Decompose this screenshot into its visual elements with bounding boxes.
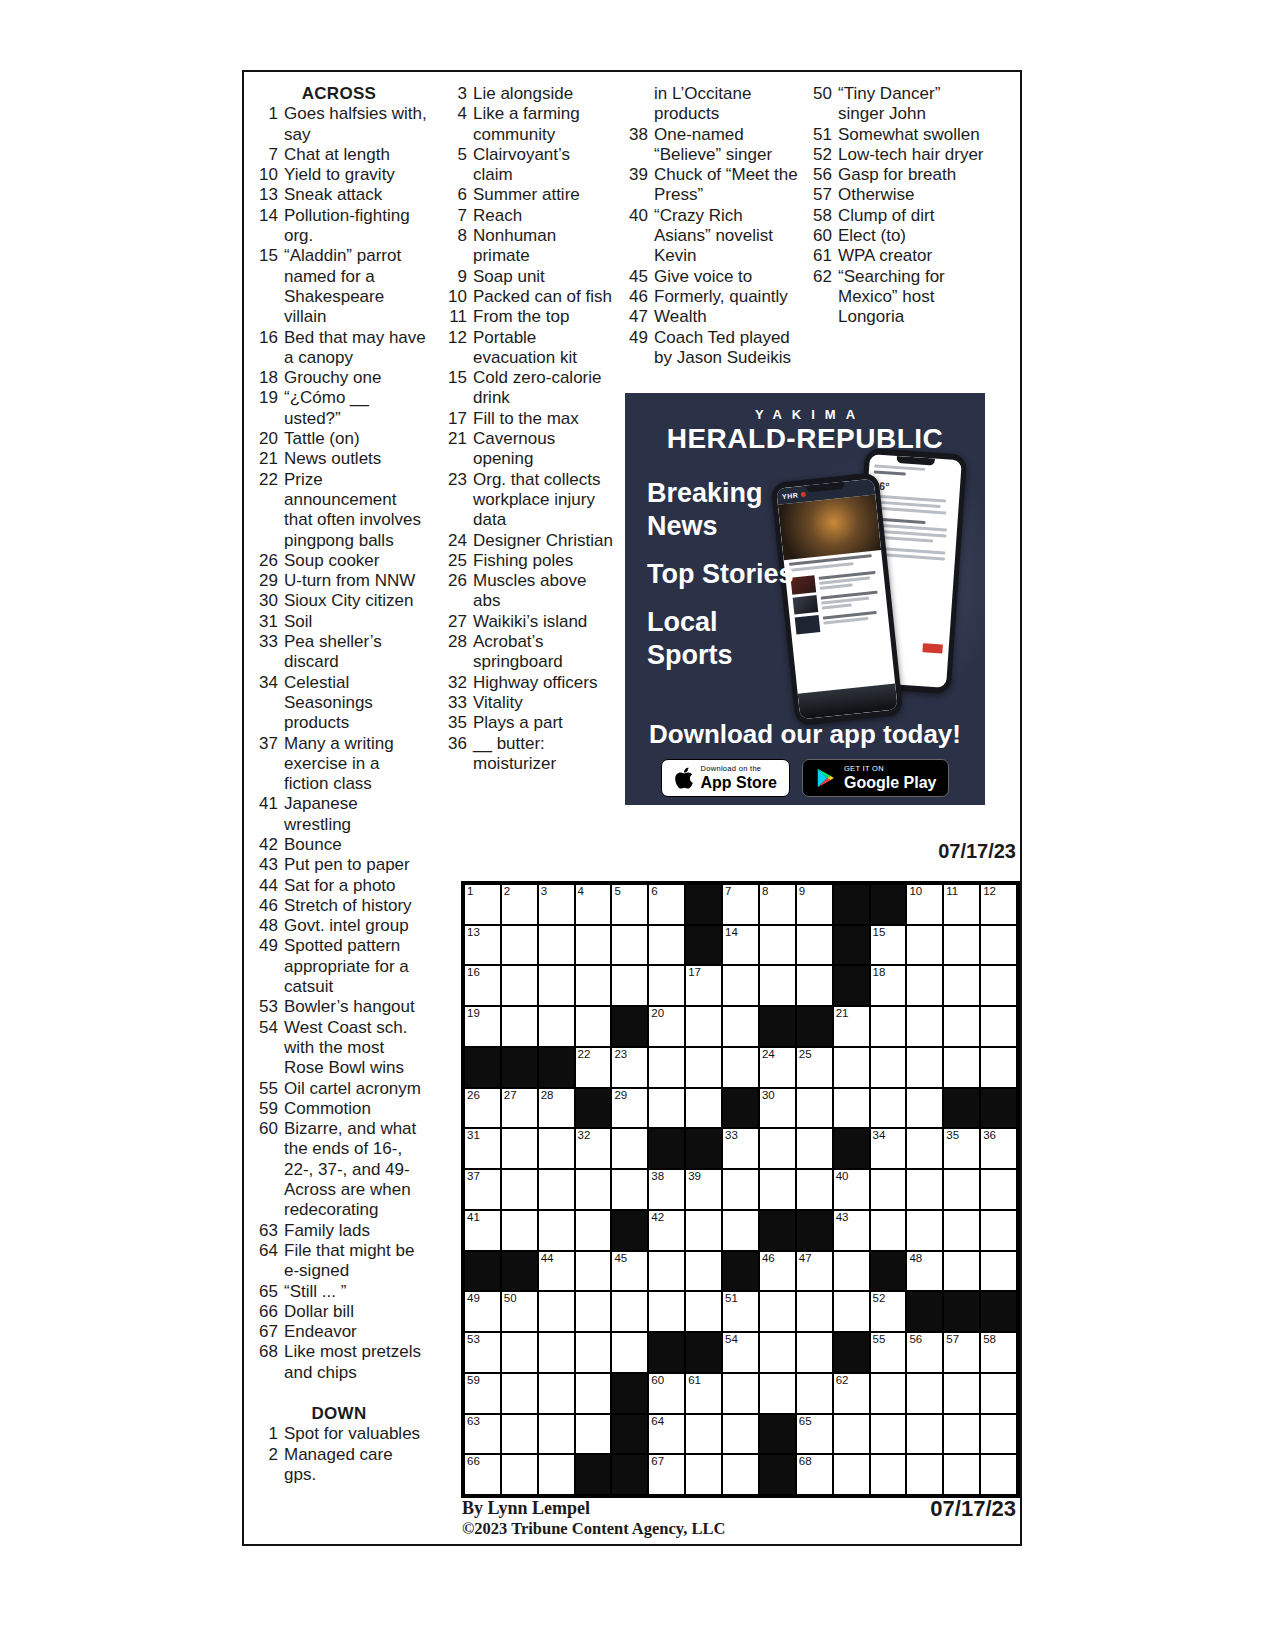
- cell-number: 43: [836, 1211, 849, 1224]
- cell-number: 57: [946, 1333, 959, 1346]
- grid-cell[interactable]: [759, 925, 796, 966]
- grid-cell[interactable]: [722, 1454, 759, 1495]
- cell-number: 54: [725, 1333, 738, 1346]
- grid-cell[interactable]: [648, 1291, 685, 1332]
- black-square: [611, 1454, 648, 1495]
- clue-text: Fishing poles: [473, 551, 613, 571]
- cell-number: 32: [578, 1129, 591, 1142]
- grid-cell[interactable]: [833, 1047, 870, 1088]
- grid-cell[interactable]: [833, 1414, 870, 1455]
- grid-cell[interactable]: 52: [870, 1291, 907, 1332]
- grid-cell[interactable]: 55: [870, 1332, 907, 1373]
- grid-cell[interactable]: 45: [611, 1251, 648, 1292]
- google-play-badge[interactable]: GET IT ON Google Play: [802, 759, 949, 797]
- grid-cell[interactable]: 36: [980, 1128, 1017, 1169]
- clue-number: 48: [250, 916, 284, 936]
- grid-cell[interactable]: 13: [464, 925, 501, 966]
- grid-cell[interactable]: 32: [575, 1128, 612, 1169]
- grid-cell[interactable]: 38: [648, 1169, 685, 1210]
- clue: 60Elect (to): [804, 226, 986, 246]
- grid-cell[interactable]: 12: [980, 884, 1017, 925]
- grid-cell[interactable]: 8: [759, 884, 796, 925]
- grid-cell[interactable]: [575, 1332, 612, 1373]
- grid-cell[interactable]: 64: [648, 1414, 685, 1455]
- grid-cell[interactable]: [722, 1373, 759, 1414]
- cell-number: 53: [467, 1333, 480, 1346]
- clue: 58Clump of dirt: [804, 206, 986, 226]
- clue: 39Chuck of “Meet the Press”: [620, 165, 798, 206]
- grid-cell[interactable]: [538, 1128, 575, 1169]
- clue-number: 26: [250, 551, 284, 571]
- grid-cell[interactable]: 22: [575, 1047, 612, 1088]
- cell-number: 49: [467, 1292, 480, 1305]
- grid-cell[interactable]: [796, 1332, 833, 1373]
- grid-cell[interactable]: [870, 1414, 907, 1455]
- black-square: [538, 1047, 575, 1088]
- clue-number: 44: [250, 876, 284, 896]
- black-square: [501, 1047, 538, 1088]
- grid-cell[interactable]: 63: [464, 1414, 501, 1455]
- grid-cell[interactable]: [648, 925, 685, 966]
- grid-cell[interactable]: 35: [943, 1128, 980, 1169]
- grid-cell[interactable]: [575, 1291, 612, 1332]
- grid-cell[interactable]: 37: [464, 1169, 501, 1210]
- cell-number: 23: [614, 1048, 627, 1061]
- grid-cell[interactable]: 39: [685, 1169, 722, 1210]
- black-square: [575, 1454, 612, 1495]
- grid-cell[interactable]: 14: [722, 925, 759, 966]
- cell-number: 6: [651, 885, 657, 898]
- grid-cell[interactable]: 29: [611, 1088, 648, 1129]
- phone-notch: [897, 456, 935, 466]
- clue-number: 67: [250, 1322, 284, 1342]
- grid-cell[interactable]: [722, 1210, 759, 1251]
- grid-cell[interactable]: [943, 1454, 980, 1495]
- grid-cell[interactable]: 23: [611, 1047, 648, 1088]
- grid-cell[interactable]: [870, 1047, 907, 1088]
- clue: 19“¿Cómo __ usted?”: [250, 388, 428, 429]
- grid-cell[interactable]: 26: [464, 1088, 501, 1129]
- grid-cell[interactable]: [575, 965, 612, 1006]
- grid-cell[interactable]: [538, 1414, 575, 1455]
- grid-cell[interactable]: [611, 925, 648, 966]
- grid-cell[interactable]: 7: [722, 884, 759, 925]
- grid-cell[interactable]: [870, 1006, 907, 1047]
- clue-number: 60: [250, 1119, 284, 1220]
- grid-cell[interactable]: 2: [501, 884, 538, 925]
- grid-cell[interactable]: [538, 965, 575, 1006]
- clue-text: “Searching for Mexico” host Longoria: [838, 267, 986, 328]
- grid-cell[interactable]: [501, 925, 538, 966]
- grid-cell[interactable]: [796, 1128, 833, 1169]
- grid-cell[interactable]: 68: [796, 1454, 833, 1495]
- badge-small-text: Download on the: [701, 765, 777, 773]
- grid-cell[interactable]: [722, 1169, 759, 1210]
- clue-text: Somewhat swollen: [838, 125, 986, 145]
- clue-number: 33: [250, 632, 284, 673]
- grid-cell[interactable]: [538, 1169, 575, 1210]
- clue-text: WPA creator: [838, 246, 986, 266]
- grid-cell[interactable]: 61: [685, 1373, 722, 1414]
- grid-cell[interactable]: [980, 1169, 1017, 1210]
- grid-cell[interactable]: [501, 1210, 538, 1251]
- grid-cell[interactable]: 51: [722, 1291, 759, 1332]
- clue-number: 43: [250, 855, 284, 875]
- grid-cell[interactable]: 34: [870, 1128, 907, 1169]
- clue-column-3: in L’Occitane products38One-named “Belie…: [620, 84, 798, 368]
- clue: 60Bizarre, and what the ends of 16-, 22-…: [250, 1119, 428, 1220]
- grid-cell[interactable]: [980, 1047, 1017, 1088]
- grid-cell[interactable]: [575, 1169, 612, 1210]
- clue-number: 65: [250, 1282, 284, 1302]
- cell-number: 7: [725, 885, 731, 898]
- grid-cell[interactable]: [611, 1332, 648, 1373]
- grid-cell[interactable]: [685, 1414, 722, 1455]
- clue-text: Like most pretzels and chips: [284, 1342, 428, 1383]
- grid-cell[interactable]: [943, 1251, 980, 1292]
- grid-cell[interactable]: 40: [833, 1169, 870, 1210]
- grid-cell[interactable]: [648, 965, 685, 1006]
- cell-number: 52: [873, 1292, 886, 1305]
- grid-cell[interactable]: 57: [943, 1332, 980, 1373]
- clue-text: Goes halfsies with, say: [284, 104, 428, 145]
- cell-number: 9: [799, 885, 805, 898]
- clue: 26Muscles above abs: [439, 571, 613, 612]
- clue: 63Family lads: [250, 1221, 428, 1241]
- grid-cell[interactable]: [870, 1454, 907, 1495]
- grid-cell[interactable]: [906, 965, 943, 1006]
- grid-cell[interactable]: 15: [870, 925, 907, 966]
- cell-number: 55: [873, 1333, 886, 1346]
- clue-text: Muscles above abs: [473, 571, 613, 612]
- clue-number: 49: [620, 328, 654, 369]
- grid-cell[interactable]: 48: [906, 1251, 943, 1292]
- grid-cell[interactable]: [722, 965, 759, 1006]
- black-square: [833, 1128, 870, 1169]
- black-square: [759, 1454, 796, 1495]
- grid-cell[interactable]: 30: [759, 1088, 796, 1129]
- clue-number: 68: [250, 1342, 284, 1383]
- grid-cell[interactable]: 66: [464, 1454, 501, 1495]
- grid-cell[interactable]: 18: [870, 965, 907, 1006]
- grid-cell[interactable]: 53: [464, 1332, 501, 1373]
- grid-cell[interactable]: [906, 1169, 943, 1210]
- grid-cell[interactable]: [501, 1006, 538, 1047]
- grid-cell[interactable]: [980, 1210, 1017, 1251]
- grid-cell[interactable]: [575, 1251, 612, 1292]
- grid-cell[interactable]: 44: [538, 1251, 575, 1292]
- grid-cell[interactable]: 20: [648, 1006, 685, 1047]
- grid-cell[interactable]: 11: [943, 884, 980, 925]
- grid-cell[interactable]: [538, 1332, 575, 1373]
- clue: 22Prize announcement that often involves…: [250, 470, 428, 551]
- grid-cell[interactable]: 27: [501, 1088, 538, 1129]
- grid-cell[interactable]: 49: [464, 1291, 501, 1332]
- grid-cell[interactable]: [538, 1373, 575, 1414]
- app-store-badge[interactable]: Download on the App Store: [661, 759, 790, 797]
- grid-cell[interactable]: [575, 1006, 612, 1047]
- grid-cell[interactable]: 19: [464, 1006, 501, 1047]
- grid-cell[interactable]: [980, 1414, 1017, 1455]
- clue-number: 7: [439, 206, 473, 226]
- clue: 6Summer attire: [439, 185, 613, 205]
- grid-cell[interactable]: [906, 1210, 943, 1251]
- black-square: [611, 1210, 648, 1251]
- grid-cell[interactable]: 10: [906, 884, 943, 925]
- grid-cell[interactable]: [906, 1128, 943, 1169]
- clue-continuation: in L’Occitane products: [620, 84, 798, 125]
- black-square: [759, 1006, 796, 1047]
- grid-cell[interactable]: [943, 1047, 980, 1088]
- grid-cell[interactable]: [759, 1291, 796, 1332]
- grid-cell[interactable]: 59: [464, 1373, 501, 1414]
- grid-cell[interactable]: [906, 1454, 943, 1495]
- grid-cell[interactable]: [759, 1332, 796, 1373]
- clue-number: 56: [804, 165, 838, 185]
- grid-cell[interactable]: 31: [464, 1128, 501, 1169]
- grid-cell[interactable]: [722, 1414, 759, 1455]
- clue: 9Soap unit: [439, 267, 613, 287]
- clue: 48Govt. intel group: [250, 916, 428, 936]
- clue-text: Sat for a photo: [284, 876, 428, 896]
- black-square: [648, 1128, 685, 1169]
- grid-cell[interactable]: [759, 1128, 796, 1169]
- grid-cell[interactable]: 25: [796, 1047, 833, 1088]
- grid-cell[interactable]: 24: [759, 1047, 796, 1088]
- cell-number: 11: [946, 885, 958, 898]
- clue-number: 10: [439, 287, 473, 307]
- badge-big-text: Google Play: [844, 775, 936, 791]
- cell-number: 31: [467, 1129, 480, 1142]
- grid-cell[interactable]: 1: [464, 884, 501, 925]
- grid-cell[interactable]: 28: [538, 1088, 575, 1129]
- grid-cell[interactable]: [575, 1373, 612, 1414]
- clue-text: Tattle (on): [284, 429, 428, 449]
- cell-number: 18: [873, 966, 886, 979]
- cell-number: 38: [651, 1170, 664, 1183]
- black-square: [611, 1006, 648, 1047]
- grid-cell[interactable]: [501, 1332, 538, 1373]
- grid-cell[interactable]: [833, 1088, 870, 1129]
- grid-cell[interactable]: [538, 1454, 575, 1495]
- grid-cell[interactable]: [833, 1251, 870, 1292]
- grid-cell[interactable]: [501, 1414, 538, 1455]
- grid-cell[interactable]: [648, 1088, 685, 1129]
- grid-cell[interactable]: [943, 1414, 980, 1455]
- grid-cell[interactable]: 46: [759, 1251, 796, 1292]
- grid-cell[interactable]: [611, 1291, 648, 1332]
- clue: 57Otherwise: [804, 185, 986, 205]
- grid-cell[interactable]: [611, 1169, 648, 1210]
- cell-number: 19: [467, 1007, 480, 1020]
- clue: 65“Still ... ”: [250, 1282, 428, 1302]
- grid-cell[interactable]: [575, 1210, 612, 1251]
- grid-cell[interactable]: [906, 1088, 943, 1129]
- newspaper-app-ad: YAKIMA HERALD-REPUBLIC 36° YHR: [625, 393, 985, 805]
- clue-text: Stretch of history: [284, 896, 428, 916]
- grid-cell[interactable]: [538, 925, 575, 966]
- clue-number: 62: [804, 267, 838, 328]
- grid-cell[interactable]: [501, 1373, 538, 1414]
- grid-cell[interactable]: [796, 1169, 833, 1210]
- grid-cell[interactable]: [648, 1047, 685, 1088]
- clue-number: 52: [804, 145, 838, 165]
- grid-cell[interactable]: 43: [833, 1210, 870, 1251]
- grid-cell[interactable]: 17: [685, 965, 722, 1006]
- clue-text: Managed care gps.: [284, 1445, 428, 1486]
- grid-cell[interactable]: [980, 925, 1017, 966]
- grid-cell[interactable]: [501, 1169, 538, 1210]
- grid-cell[interactable]: [648, 1251, 685, 1292]
- grid-cell[interactable]: [796, 1373, 833, 1414]
- grid-cell[interactable]: [833, 1454, 870, 1495]
- grid-cell[interactable]: [611, 965, 648, 1006]
- clue-text: Gasp for breath: [838, 165, 986, 185]
- grid-cell[interactable]: 16: [464, 965, 501, 1006]
- grid-cell[interactable]: [870, 1169, 907, 1210]
- grid-cell[interactable]: [906, 1047, 943, 1088]
- clue: 17Fill to the max: [439, 409, 613, 429]
- grid-cell[interactable]: [906, 925, 943, 966]
- grid-cell[interactable]: [538, 1291, 575, 1332]
- grid-cell[interactable]: 9: [796, 884, 833, 925]
- grid-cell[interactable]: [685, 1291, 722, 1332]
- clue-number: 29: [250, 571, 284, 591]
- grid-cell[interactable]: [833, 1291, 870, 1332]
- clue: 53Bowler’s hangout: [250, 997, 428, 1017]
- grid-cell[interactable]: [943, 1210, 980, 1251]
- grid-cell[interactable]: 42: [648, 1210, 685, 1251]
- grid-cell[interactable]: [722, 1006, 759, 1047]
- clue-number: 24: [439, 531, 473, 551]
- grid-cell[interactable]: [685, 1006, 722, 1047]
- grid-cell[interactable]: [685, 1088, 722, 1129]
- grid-cell[interactable]: 5: [611, 884, 648, 925]
- cell-number: 8: [762, 885, 768, 898]
- clue: 35Plays a part: [439, 713, 613, 733]
- clue-text: Put pen to paper: [284, 855, 428, 875]
- grid-cell[interactable]: [685, 1210, 722, 1251]
- grid-cell[interactable]: 60: [648, 1373, 685, 1414]
- black-square: [685, 884, 722, 925]
- cell-number: 36: [983, 1129, 996, 1142]
- grid-cell[interactable]: [870, 1210, 907, 1251]
- grid-cell[interactable]: [796, 965, 833, 1006]
- grid-cell[interactable]: [685, 1454, 722, 1495]
- grid-cell[interactable]: [759, 965, 796, 1006]
- clue-number: 13: [250, 185, 284, 205]
- clue: 18Grouchy one: [250, 368, 428, 388]
- grid-cell[interactable]: [943, 1373, 980, 1414]
- clue-text: Low-tech hair dryer: [838, 145, 986, 165]
- grid-cell[interactable]: 50: [501, 1291, 538, 1332]
- clue: 14Pollution-fighting org.: [250, 206, 428, 247]
- grid-cell[interactable]: [906, 1006, 943, 1047]
- clue: 29U-turn from NNW: [250, 571, 428, 591]
- clue-text: Dollar bill: [284, 1302, 428, 1322]
- black-square: [943, 1291, 980, 1332]
- grid-cell[interactable]: [906, 1373, 943, 1414]
- grid-cell[interactable]: [980, 1251, 1017, 1292]
- grid-cell[interactable]: [722, 1047, 759, 1088]
- grid-cell[interactable]: [685, 1047, 722, 1088]
- puzzle-date: 07/17/23: [700, 840, 1016, 863]
- grid-cell[interactable]: [980, 1006, 1017, 1047]
- grid-cell[interactable]: [943, 965, 980, 1006]
- clue-number: 31: [250, 612, 284, 632]
- grid-cell[interactable]: [943, 1006, 980, 1047]
- grid-cell[interactable]: 54: [722, 1332, 759, 1373]
- grid-cell[interactable]: [943, 1169, 980, 1210]
- grid-cell[interactable]: [906, 1414, 943, 1455]
- clue: 28Acrobat’s springboard: [439, 632, 613, 673]
- grid-cell[interactable]: [575, 925, 612, 966]
- clue-text: Vitality: [473, 693, 613, 713]
- clue-section-header: DOWN: [250, 1404, 428, 1424]
- grid-cell[interactable]: 67: [648, 1454, 685, 1495]
- grid-cell[interactable]: [980, 1454, 1017, 1495]
- grid-cell[interactable]: [796, 1088, 833, 1129]
- grid-cell[interactable]: 6: [648, 884, 685, 925]
- clue: 32Highway officers: [439, 673, 613, 693]
- grid-cell[interactable]: 41: [464, 1210, 501, 1251]
- grid-cell[interactable]: [611, 1128, 648, 1169]
- grid-cell[interactable]: [685, 1251, 722, 1292]
- grid-cell[interactable]: [759, 1169, 796, 1210]
- clue-number: 25: [439, 551, 473, 571]
- cell-number: 61: [688, 1374, 701, 1387]
- grid-cell[interactable]: [980, 1373, 1017, 1414]
- black-square: [759, 1414, 796, 1455]
- grid-cell[interactable]: 58: [980, 1332, 1017, 1373]
- clue-section-header: ACROSS: [250, 84, 428, 104]
- clue-text: __ butter: moisturizer: [473, 734, 613, 775]
- grid-cell[interactable]: [759, 1373, 796, 1414]
- grid-cell[interactable]: 56: [906, 1332, 943, 1373]
- cell-number: 4: [578, 885, 584, 898]
- grid-cell[interactable]: 21: [833, 1006, 870, 1047]
- clue-text: Otherwise: [838, 185, 986, 205]
- grid-cell[interactable]: [501, 1454, 538, 1495]
- grid-cell[interactable]: [980, 965, 1017, 1006]
- clue-text: From the top: [473, 307, 613, 327]
- grid-cell[interactable]: [796, 925, 833, 966]
- grid-cell[interactable]: [575, 1414, 612, 1455]
- grid-cell[interactable]: 65: [796, 1414, 833, 1455]
- clue-text: Wealth: [654, 307, 798, 327]
- grid-cell[interactable]: [870, 1373, 907, 1414]
- grid-cell[interactable]: [870, 1088, 907, 1129]
- grid-cell[interactable]: [501, 965, 538, 1006]
- grid-cell[interactable]: 47: [796, 1251, 833, 1292]
- grid-cell[interactable]: [538, 1006, 575, 1047]
- grid-cell[interactable]: [796, 1291, 833, 1332]
- grid-cell[interactable]: [538, 1210, 575, 1251]
- grid-cell[interactable]: 62: [833, 1373, 870, 1414]
- grid-cell[interactable]: [501, 1128, 538, 1169]
- clue: 1Goes halfsies with, say: [250, 104, 428, 145]
- grid-cell[interactable]: 33: [722, 1128, 759, 1169]
- grid-cell[interactable]: 3: [538, 884, 575, 925]
- clue-text: Nonhuman primate: [473, 226, 613, 267]
- apple-icon: [674, 766, 694, 790]
- cell-number: 39: [688, 1170, 701, 1183]
- grid-cell[interactable]: [943, 925, 980, 966]
- clue-number: 19: [250, 388, 284, 429]
- clue-number: 32: [439, 673, 473, 693]
- grid-cell[interactable]: 4: [575, 884, 612, 925]
- clue-text: Waikiki’s island: [473, 612, 613, 632]
